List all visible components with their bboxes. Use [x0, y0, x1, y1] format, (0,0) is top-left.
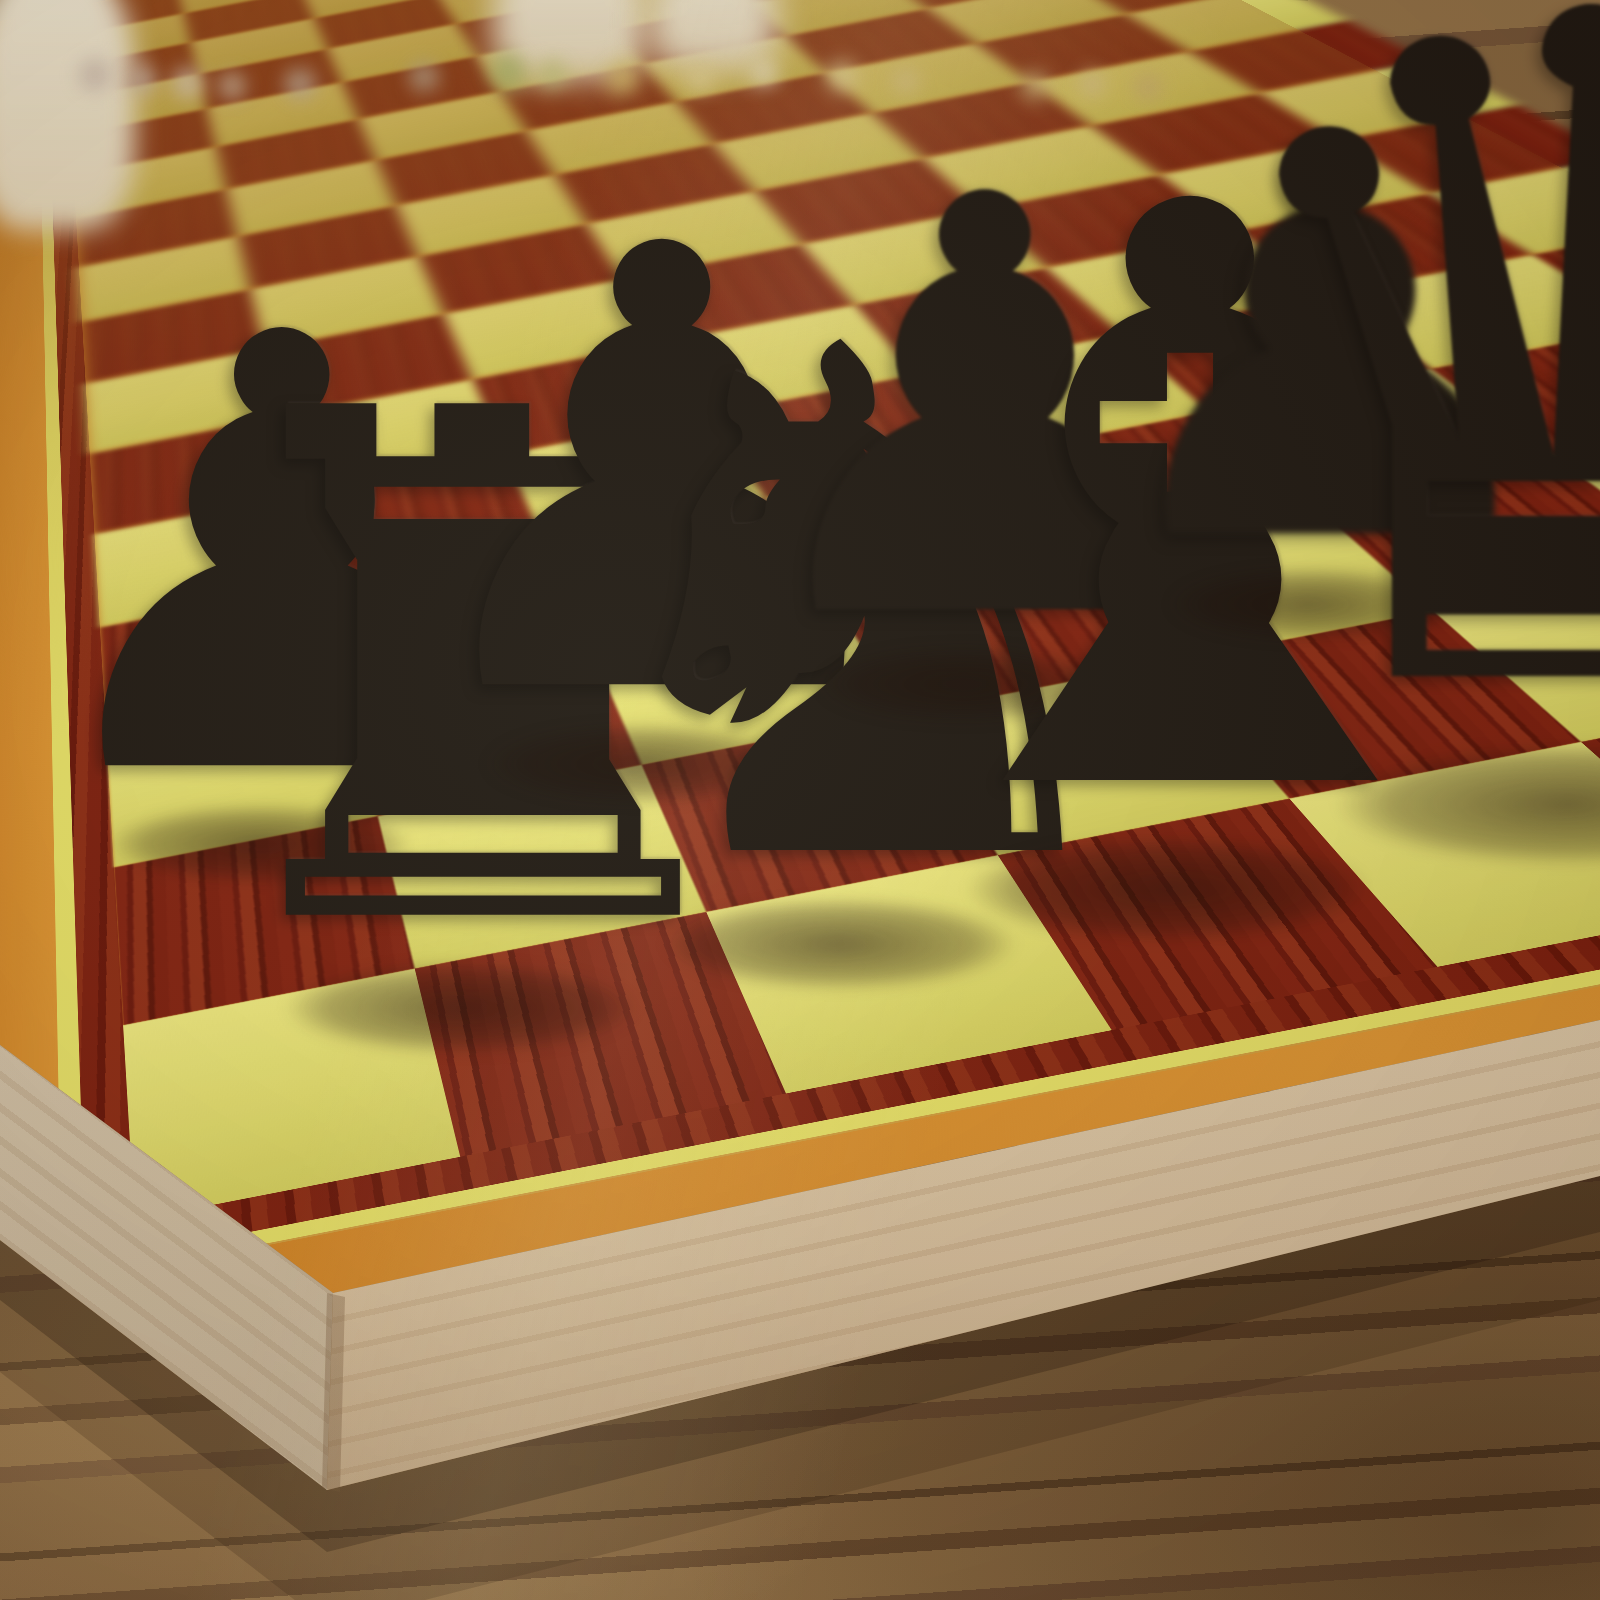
bokeh-dot	[127, 65, 157, 95]
chessboard-photo: ♟♜♟♞♟♝♟♛ Chess board close-up: black pla…	[0, 0, 1600, 1600]
bokeh-dot	[606, 63, 638, 95]
bokeh-dot	[685, 63, 715, 93]
black-queen-d8: ♛	[1178, 0, 1600, 818]
bokeh-dot	[537, 59, 567, 89]
bokeh-dot	[78, 58, 112, 92]
bokeh-dot	[172, 67, 204, 99]
bokeh-dot	[409, 62, 439, 92]
bokeh-dot	[284, 68, 316, 100]
bokeh-dot	[489, 53, 527, 91]
bokeh-dot	[218, 72, 246, 100]
white-piece-far-left	[0, 0, 135, 230]
